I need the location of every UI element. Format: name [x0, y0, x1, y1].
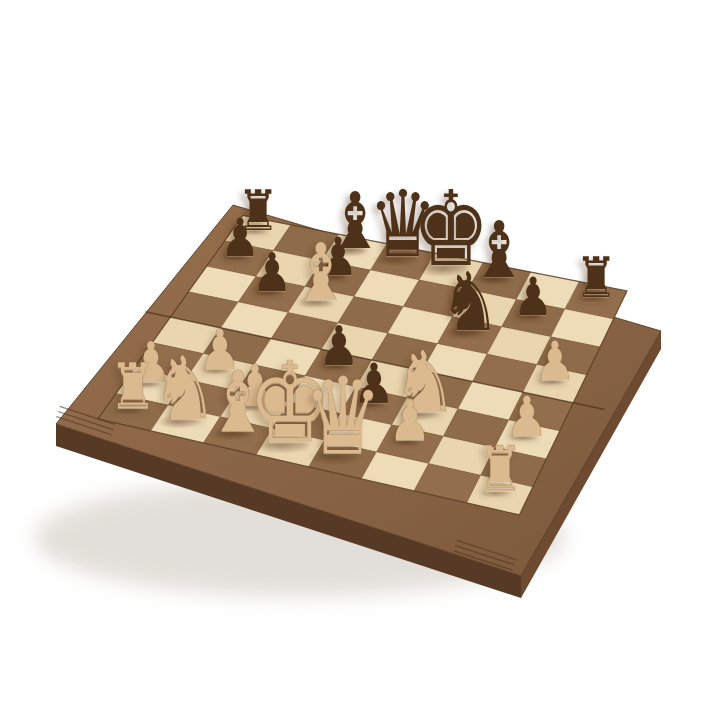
piece-white-rook-a1[interactable]: ♜	[109, 355, 156, 418]
piece-black-pawn-g7[interactable]: ♟	[514, 271, 554, 324]
scene: ♜♝♟♛♚♟♝♟♜♝♟♞♟♟♟♟♟♟♜♞♞♝♟♟♚♛♜	[0, 0, 720, 720]
piece-white-queen-e1[interactable]: ♛	[303, 364, 383, 470]
piece-black-rook-h8[interactable]: ♜	[575, 250, 617, 306]
piece-black-knight-f6[interactable]: ♞	[439, 262, 500, 343]
piece-white-rook-h1[interactable]: ♜	[476, 438, 523, 501]
piece-white-pawn-h5[interactable]: ♟	[534, 335, 575, 389]
piece-white-pawn-f2[interactable]: ♟	[389, 393, 431, 449]
piece-white-bishop-c6[interactable]: ♝	[291, 233, 351, 313]
piece-black-pawn-b6[interactable]: ♟	[252, 246, 292, 299]
